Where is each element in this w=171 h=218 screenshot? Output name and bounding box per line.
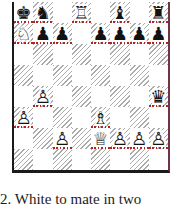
square-f2: ♙: [110, 128, 129, 149]
white-pawn: ♙: [33, 86, 52, 106]
square-b8: ♞: [33, 2, 52, 23]
square-d3: [72, 107, 91, 128]
square-g1: [130, 149, 149, 170]
square-d1: [72, 149, 91, 170]
black-bishop: ♝: [110, 2, 129, 22]
square-b3: [33, 107, 52, 128]
square-b1: [33, 149, 52, 170]
square-b5: [33, 65, 52, 86]
square-c1: [53, 149, 72, 170]
square-a1: [14, 149, 33, 170]
square-a3: ♙: [14, 107, 33, 128]
square-f3: [110, 107, 129, 128]
black-pawn: ♟: [110, 23, 129, 43]
scanned-page: ♚♞♖♝♜♘♟♟♟♟♟♟♙♛♙♗♙♕♙♙♙ 2. White to mate i…: [0, 0, 171, 218]
square-c6: [53, 44, 72, 65]
square-e8: [91, 2, 110, 23]
black-rook: ♜: [149, 2, 168, 22]
square-b6: [33, 44, 52, 65]
square-f8: ♝: [110, 2, 129, 23]
square-f7: ♟: [110, 23, 129, 44]
black-pawn: ♟: [33, 23, 52, 43]
square-f5: [110, 65, 129, 86]
white-bishop: ♗: [91, 107, 110, 127]
square-c5: [53, 65, 72, 86]
square-g4: [130, 86, 149, 107]
square-b4: ♙: [33, 86, 52, 107]
square-d6: [72, 44, 91, 65]
square-e7: ♟: [91, 23, 110, 44]
square-a8: ♚: [14, 2, 33, 23]
square-b2: [33, 128, 52, 149]
square-d7: [72, 23, 91, 44]
black-pawn: ♟: [130, 23, 149, 43]
square-d5: [72, 65, 91, 86]
chess-diagram-frame: ♚♞♖♝♜♘♟♟♟♟♟♟♙♛♙♗♙♕♙♙♙: [12, 2, 170, 173]
square-d2: [72, 128, 91, 149]
square-b7: ♟: [33, 23, 52, 44]
square-f4: [110, 86, 129, 107]
square-f6: [110, 44, 129, 65]
square-c4: [53, 86, 72, 107]
square-f1: [110, 149, 129, 170]
square-g2: ♙: [130, 128, 149, 149]
square-h2: ♙: [149, 128, 168, 149]
square-c8: [53, 2, 72, 23]
square-c3: [53, 107, 72, 128]
square-h5: [149, 65, 168, 86]
square-e3: ♗: [91, 107, 110, 128]
white-knight: ♘: [14, 23, 33, 43]
white-pawn: ♙: [53, 128, 72, 148]
white-pawn: ♙: [110, 128, 129, 148]
square-g6: [130, 44, 149, 65]
square-e1: [91, 149, 110, 170]
black-queen: ♛: [149, 86, 168, 106]
chess-board: ♚♞♖♝♜♘♟♟♟♟♟♟♙♛♙♗♙♕♙♙♙: [14, 2, 168, 170]
white-pawn: ♙: [149, 128, 168, 148]
square-e5: [91, 65, 110, 86]
square-h6: [149, 44, 168, 65]
black-knight: ♞: [33, 2, 52, 22]
square-a6: [14, 44, 33, 65]
square-g8: [130, 2, 149, 23]
white-pawn: ♙: [14, 107, 33, 127]
square-e2: ♕: [91, 128, 110, 149]
square-g5: [130, 65, 149, 86]
square-a5: [14, 65, 33, 86]
square-a2: [14, 128, 33, 149]
black-pawn: ♟: [53, 23, 72, 43]
square-d4: [72, 86, 91, 107]
square-e4: [91, 86, 110, 107]
white-queen: ♕: [91, 128, 110, 148]
square-h3: [149, 107, 168, 128]
square-c7: ♟: [53, 23, 72, 44]
square-a4: [14, 86, 33, 107]
black-pawn: ♟: [91, 23, 110, 43]
black-king: ♚: [14, 2, 33, 22]
white-rook: ♖: [72, 2, 91, 22]
square-g3: [130, 107, 149, 128]
square-c2: ♙: [53, 128, 72, 149]
black-pawn: ♟: [149, 23, 168, 43]
square-e6: [91, 44, 110, 65]
white-pawn: ♙: [130, 128, 149, 148]
square-h4: ♛: [149, 86, 168, 107]
square-h1: [149, 149, 168, 170]
puzzle-caption: 2. White to mate in two: [0, 189, 171, 209]
square-h7: ♟: [149, 23, 168, 44]
square-g7: ♟: [130, 23, 149, 44]
square-a7: ♘: [14, 23, 33, 44]
square-h8: ♜: [149, 2, 168, 23]
square-d8: ♖: [72, 2, 91, 23]
